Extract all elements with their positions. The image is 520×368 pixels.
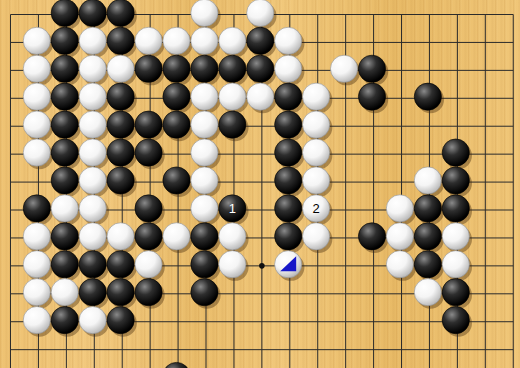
black-stone [275,111,302,138]
white-stone [23,279,50,306]
black-stone [51,83,78,110]
black-stone [107,279,134,306]
move-number-label: 1 [229,201,236,216]
black-stone [51,223,78,250]
white-stone [23,139,50,166]
white-stone [191,83,218,110]
black-stone [247,55,274,82]
board-svg: 12 [0,0,520,368]
white-stone [79,167,106,194]
white-stone [303,111,330,138]
white-stone [23,223,50,250]
white-stone [303,139,330,166]
white-stone [107,55,134,82]
black-stone [442,279,469,306]
black-stone [79,251,106,278]
black-stone [51,251,78,278]
white-stone [275,27,302,54]
black-stone [275,139,302,166]
white-stone [23,251,50,278]
white-stone [219,223,246,250]
black-stone [51,111,78,138]
white-stone [414,279,441,306]
white-stone [191,167,218,194]
white-stone [23,27,50,54]
black-stone [51,307,78,334]
black-stone [51,55,78,82]
white-stone [135,251,162,278]
black-stone [51,27,78,54]
black-stone [275,195,302,222]
white-stone [23,55,50,82]
white-stone [79,27,106,54]
white-stone [414,167,441,194]
black-stone [191,279,218,306]
hoshi-point [259,263,265,269]
black-stone [442,307,469,334]
black-stone [135,279,162,306]
black-stone [358,55,385,82]
black-stone [442,139,469,166]
white-stone [107,223,134,250]
white-stone [23,111,50,138]
black-stone [107,251,134,278]
white-stone [303,83,330,110]
white-stone [191,0,218,27]
black-stone [135,223,162,250]
white-stone [275,55,302,82]
black-stone [51,139,78,166]
black-stone [358,223,385,250]
black-stone [163,55,190,82]
white-stone [163,223,190,250]
white-stone [386,251,413,278]
black-stone [107,111,134,138]
black-stone [135,195,162,222]
white-stone [79,195,106,222]
black-stone [191,251,218,278]
white-stone [191,27,218,54]
black-stone [51,167,78,194]
black-stone [414,83,441,110]
white-stone [386,223,413,250]
white-stone [79,223,106,250]
white-stone [51,279,78,306]
black-stone [135,111,162,138]
black-stone [219,55,246,82]
black-stone [163,167,190,194]
black-stone [135,55,162,82]
black-stone [135,139,162,166]
white-stone [330,55,357,82]
white-stone [79,111,106,138]
black-stone [107,27,134,54]
black-stone [191,223,218,250]
white-stone [386,195,413,222]
white-stone [23,307,50,334]
black-stone [275,223,302,250]
white-stone [247,83,274,110]
white-stone [191,111,218,138]
black-stone [219,111,246,138]
go-board[interactable]: 12 [0,0,520,368]
black-stone [163,362,190,368]
black-stone [107,307,134,334]
black-stone [414,251,441,278]
white-stone [191,139,218,166]
white-stone [23,83,50,110]
black-stone [107,167,134,194]
white-stone [79,307,106,334]
white-stone [79,55,106,82]
black-stone [358,83,385,110]
white-stone [442,251,469,278]
black-stone [79,279,106,306]
white-stone [135,27,162,54]
black-stone [191,55,218,82]
white-stone [79,83,106,110]
black-stone [414,223,441,250]
white-stone [303,167,330,194]
black-stone [107,139,134,166]
white-stone [303,223,330,250]
black-stone [23,195,50,222]
white-stone [219,27,246,54]
black-stone [275,167,302,194]
black-stone [163,111,190,138]
move-number-label: 2 [313,201,320,216]
white-stone [79,139,106,166]
white-stone [219,83,246,110]
black-stone [51,0,78,27]
white-stone [163,27,190,54]
white-stone [442,223,469,250]
black-stone [107,83,134,110]
white-stone [247,0,274,27]
black-stone [163,83,190,110]
black-stone [442,195,469,222]
white-stone [219,251,246,278]
black-stone [247,27,274,54]
black-stone [107,0,134,27]
black-stone [442,167,469,194]
white-stone [191,195,218,222]
black-stone [275,83,302,110]
black-stone [79,0,106,27]
black-stone [414,195,441,222]
white-stone [51,195,78,222]
